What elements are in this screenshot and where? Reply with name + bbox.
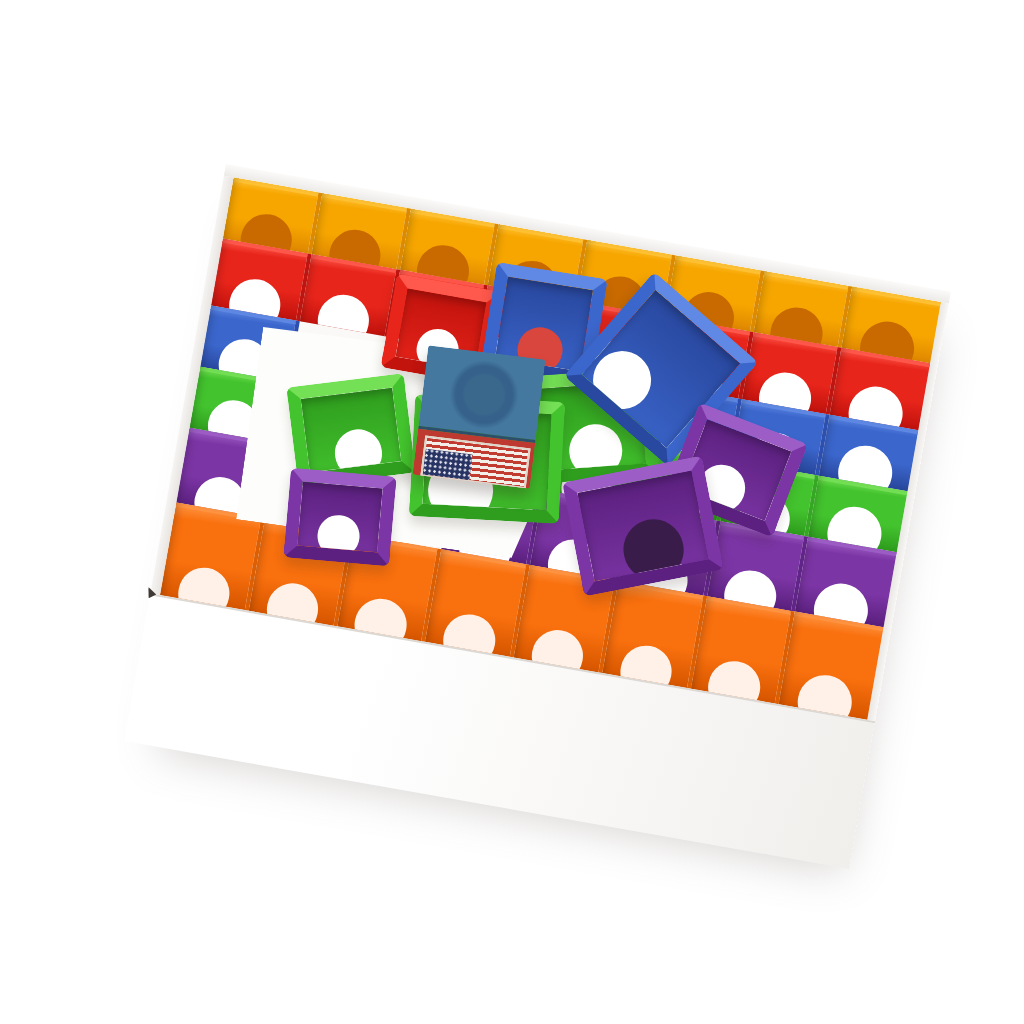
chalk-cup-cell-orange [779, 612, 884, 720]
chalk-top-face [418, 345, 545, 442]
chalk-cup-cell-orange [690, 596, 795, 704]
billiard-chalk-cube [413, 345, 546, 488]
product-photo-scene [0, 0, 1024, 1024]
flag-star-field [423, 449, 473, 481]
cup-bottom-hole [618, 514, 689, 585]
cup-bottom-hole [567, 422, 624, 479]
loose-cup-purple [283, 468, 396, 567]
chalk-cup-cell-orange [602, 580, 707, 688]
cup-bottom-hole [316, 514, 361, 559]
chalk-cup-cell-orange [425, 549, 530, 657]
